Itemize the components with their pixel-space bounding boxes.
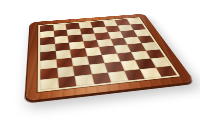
square-r6c5[interactable] bbox=[102, 53, 120, 63]
square-r2c1[interactable] bbox=[40, 31, 54, 38]
chess-board-3d-wrap bbox=[26, 14, 195, 101]
square-r2c7[interactable] bbox=[117, 24, 133, 31]
square-r8c2[interactable] bbox=[58, 76, 77, 88]
chess-board bbox=[38, 17, 180, 92]
product-photo-canvas bbox=[0, 0, 200, 125]
square-r3c2[interactable] bbox=[54, 36, 69, 44]
square-r5c8[interactable] bbox=[141, 42, 159, 51]
square-r3c5[interactable] bbox=[94, 32, 110, 40]
square-r7c1[interactable] bbox=[40, 68, 57, 79]
square-r5c1[interactable] bbox=[40, 51, 56, 61]
square-r8c1[interactable] bbox=[40, 77, 58, 90]
board-frame bbox=[26, 14, 195, 101]
square-r7c2[interactable] bbox=[57, 66, 75, 77]
